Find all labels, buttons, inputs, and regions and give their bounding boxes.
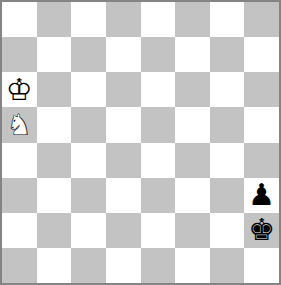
square-g7[interactable] (210, 37, 245, 72)
black-pawn[interactable]: ♟ (244, 178, 279, 213)
square-b4[interactable] (37, 143, 72, 178)
square-f4[interactable] (175, 143, 210, 178)
square-h2[interactable]: ♚ (244, 213, 279, 248)
square-a2[interactable] (2, 213, 37, 248)
square-d5[interactable] (106, 107, 141, 142)
square-e2[interactable] (141, 213, 176, 248)
square-f1[interactable] (175, 248, 210, 283)
square-e7[interactable] (141, 37, 176, 72)
square-a6[interactable]: ♚♔ (2, 72, 37, 107)
square-e3[interactable] (141, 178, 176, 213)
square-a8[interactable] (2, 2, 37, 37)
square-f7[interactable] (175, 37, 210, 72)
square-e6[interactable] (141, 72, 176, 107)
square-b7[interactable] (37, 37, 72, 72)
square-c1[interactable] (71, 248, 106, 283)
square-c6[interactable] (71, 72, 106, 107)
square-e1[interactable] (141, 248, 176, 283)
white-king-glyph: ♔ (2, 72, 37, 107)
square-d1[interactable] (106, 248, 141, 283)
white-knight-glyph: ♘ (2, 107, 37, 142)
square-d2[interactable] (106, 213, 141, 248)
square-c7[interactable] (71, 37, 106, 72)
square-f8[interactable] (175, 2, 210, 37)
square-h3[interactable]: ♟ (244, 178, 279, 213)
square-c8[interactable] (71, 2, 106, 37)
square-g5[interactable] (210, 107, 245, 142)
square-f5[interactable] (175, 107, 210, 142)
square-d7[interactable] (106, 37, 141, 72)
square-d6[interactable] (106, 72, 141, 107)
square-e5[interactable] (141, 107, 176, 142)
square-d4[interactable] (106, 143, 141, 178)
square-f3[interactable] (175, 178, 210, 213)
square-h8[interactable] (244, 2, 279, 37)
square-b6[interactable] (37, 72, 72, 107)
square-h4[interactable] (244, 143, 279, 178)
black-king-glyph: ♚ (244, 213, 279, 248)
black-king[interactable]: ♚ (244, 213, 279, 248)
square-f6[interactable] (175, 72, 210, 107)
square-h1[interactable] (244, 248, 279, 283)
square-a7[interactable] (2, 37, 37, 72)
square-c2[interactable] (71, 213, 106, 248)
square-b2[interactable] (37, 213, 72, 248)
black-pawn-glyph: ♟ (244, 178, 279, 213)
chessboard: ♚♔♞♘♟♚ (2, 2, 279, 283)
square-g6[interactable] (210, 72, 245, 107)
square-b3[interactable] (37, 178, 72, 213)
square-c5[interactable] (71, 107, 106, 142)
square-a4[interactable] (2, 143, 37, 178)
square-a5[interactable]: ♞♘ (2, 107, 37, 142)
square-a1[interactable] (2, 248, 37, 283)
square-d3[interactable] (106, 178, 141, 213)
white-king[interactable]: ♚♔ (2, 72, 37, 107)
square-f2[interactable] (175, 213, 210, 248)
square-c4[interactable] (71, 143, 106, 178)
square-g2[interactable] (210, 213, 245, 248)
square-b1[interactable] (37, 248, 72, 283)
square-b8[interactable] (37, 2, 72, 37)
square-g4[interactable] (210, 143, 245, 178)
square-h7[interactable] (244, 37, 279, 72)
square-g3[interactable] (210, 178, 245, 213)
square-g8[interactable] (210, 2, 245, 37)
square-c3[interactable] (71, 178, 106, 213)
square-d8[interactable] (106, 2, 141, 37)
square-e8[interactable] (141, 2, 176, 37)
square-a3[interactable] (2, 178, 37, 213)
square-e4[interactable] (141, 143, 176, 178)
chessboard-frame: ♚♔♞♘♟♚ (0, 0, 281, 285)
square-h5[interactable] (244, 107, 279, 142)
white-knight[interactable]: ♞♘ (2, 107, 37, 142)
square-h6[interactable] (244, 72, 279, 107)
square-g1[interactable] (210, 248, 245, 283)
square-b5[interactable] (37, 107, 72, 142)
